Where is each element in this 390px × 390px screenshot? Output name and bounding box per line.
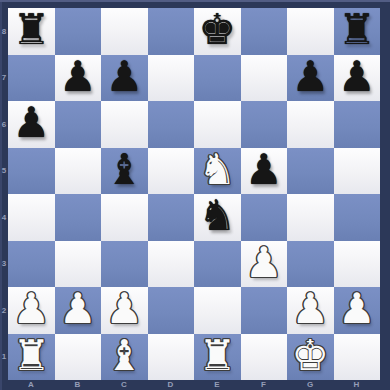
square-d1[interactable] [148,334,195,381]
square-b7[interactable]: ♟ [55,55,102,102]
black-pawn-b7[interactable]: ♟ [59,54,97,101]
square-h8[interactable]: ♜ [334,8,381,55]
square-c8[interactable] [101,8,148,55]
rank-label-7: 7 [0,55,8,102]
square-g3[interactable] [287,241,334,288]
file-label-e: E [194,378,241,390]
file-label-a: A [8,378,55,390]
white-knight-e5[interactable]: ♞ [198,147,236,194]
file-label-f: F [241,378,288,390]
square-d7[interactable] [148,55,195,102]
file-label-g: G [287,378,334,390]
square-h6[interactable] [334,101,381,148]
square-b5[interactable] [55,148,102,195]
square-e1[interactable]: ♜ [194,334,241,381]
file-labels: ABCDEFGH [8,378,380,390]
black-pawn-g7[interactable]: ♟ [291,54,329,101]
square-c5[interactable]: ♝ [101,148,148,195]
rank-labels: 87654321 [0,8,8,380]
square-b1[interactable] [55,334,102,381]
square-b3[interactable] [55,241,102,288]
square-g4[interactable] [287,194,334,241]
rank-label-6: 6 [0,101,8,148]
black-bishop-c5[interactable]: ♝ [105,147,143,194]
white-rook-a1[interactable]: ♜ [12,333,50,380]
square-a1[interactable]: ♜ [8,334,55,381]
square-e4[interactable]: ♞ [194,194,241,241]
file-label-h: H [334,378,381,390]
square-e7[interactable] [194,55,241,102]
square-h5[interactable] [334,148,381,195]
square-b4[interactable] [55,194,102,241]
square-e5[interactable]: ♞ [194,148,241,195]
white-pawn-g2[interactable]: ♟ [291,286,329,333]
white-king-g1[interactable]: ♚ [291,333,329,380]
square-c4[interactable] [101,194,148,241]
rank-label-8: 8 [0,8,8,55]
square-f4[interactable] [241,194,288,241]
square-a5[interactable] [8,148,55,195]
black-pawn-h7[interactable]: ♟ [338,54,376,101]
square-d5[interactable] [148,148,195,195]
rank-label-3: 3 [0,241,8,288]
black-king-e8[interactable]: ♚ [198,7,236,54]
square-a4[interactable] [8,194,55,241]
square-a2[interactable]: ♟ [8,287,55,334]
file-label-d: D [148,378,195,390]
black-rook-h8[interactable]: ♜ [338,7,376,54]
square-c1[interactable]: ♝ [101,334,148,381]
file-label-b: B [55,378,102,390]
square-e8[interactable]: ♚ [194,8,241,55]
square-f6[interactable] [241,101,288,148]
white-pawn-c2[interactable]: ♟ [105,286,143,333]
square-b6[interactable] [55,101,102,148]
rank-label-5: 5 [0,148,8,195]
rank-label-1: 1 [0,334,8,381]
square-c3[interactable] [101,241,148,288]
square-f2[interactable] [241,287,288,334]
square-h3[interactable] [334,241,381,288]
square-a3[interactable] [8,241,55,288]
square-g5[interactable] [287,148,334,195]
square-h7[interactable]: ♟ [334,55,381,102]
white-pawn-f3[interactable]: ♟ [245,240,283,287]
square-d4[interactable] [148,194,195,241]
square-d2[interactable] [148,287,195,334]
black-pawn-a6[interactable]: ♟ [12,100,50,147]
square-g7[interactable]: ♟ [287,55,334,102]
square-c6[interactable] [101,101,148,148]
square-d8[interactable] [148,8,195,55]
square-g1[interactable]: ♚ [287,334,334,381]
black-pawn-f5[interactable]: ♟ [245,147,283,194]
rank-label-2: 2 [0,287,8,334]
square-e6[interactable] [194,101,241,148]
chess-board: ♜♚♜♟♟♟♟♟♝♞♟♞♟♟♟♟♟♟♜♝♜♚ [8,8,380,380]
white-pawn-b2[interactable]: ♟ [59,286,97,333]
white-pawn-h2[interactable]: ♟ [338,286,376,333]
white-rook-e1[interactable]: ♜ [198,333,236,380]
square-b8[interactable] [55,8,102,55]
square-g6[interactable] [287,101,334,148]
chess-board-frame: ♜♚♜♟♟♟♟♟♝♞♟♞♟♟♟♟♟♟♜♝♜♚ 87654321 ABCDEFGH [0,0,390,390]
square-a8[interactable]: ♜ [8,8,55,55]
square-h1[interactable] [334,334,381,381]
black-pawn-c7[interactable]: ♟ [105,54,143,101]
square-a6[interactable]: ♟ [8,101,55,148]
file-label-c: C [101,378,148,390]
square-d3[interactable] [148,241,195,288]
square-g8[interactable] [287,8,334,55]
square-b2[interactable]: ♟ [55,287,102,334]
square-f8[interactable] [241,8,288,55]
black-rook-a8[interactable]: ♜ [12,7,50,54]
square-f3[interactable]: ♟ [241,241,288,288]
square-f5[interactable]: ♟ [241,148,288,195]
black-knight-e4[interactable]: ♞ [198,193,236,240]
square-c7[interactable]: ♟ [101,55,148,102]
square-h4[interactable] [334,194,381,241]
square-g2[interactable]: ♟ [287,287,334,334]
square-f1[interactable] [241,334,288,381]
white-bishop-c1[interactable]: ♝ [105,333,143,380]
white-pawn-a2[interactable]: ♟ [12,286,50,333]
square-c2[interactable]: ♟ [101,287,148,334]
square-e2[interactable] [194,287,241,334]
square-f7[interactable] [241,55,288,102]
square-h2[interactable]: ♟ [334,287,381,334]
square-d6[interactable] [148,101,195,148]
square-e3[interactable] [194,241,241,288]
rank-label-4: 4 [0,194,8,241]
square-a7[interactable] [8,55,55,102]
